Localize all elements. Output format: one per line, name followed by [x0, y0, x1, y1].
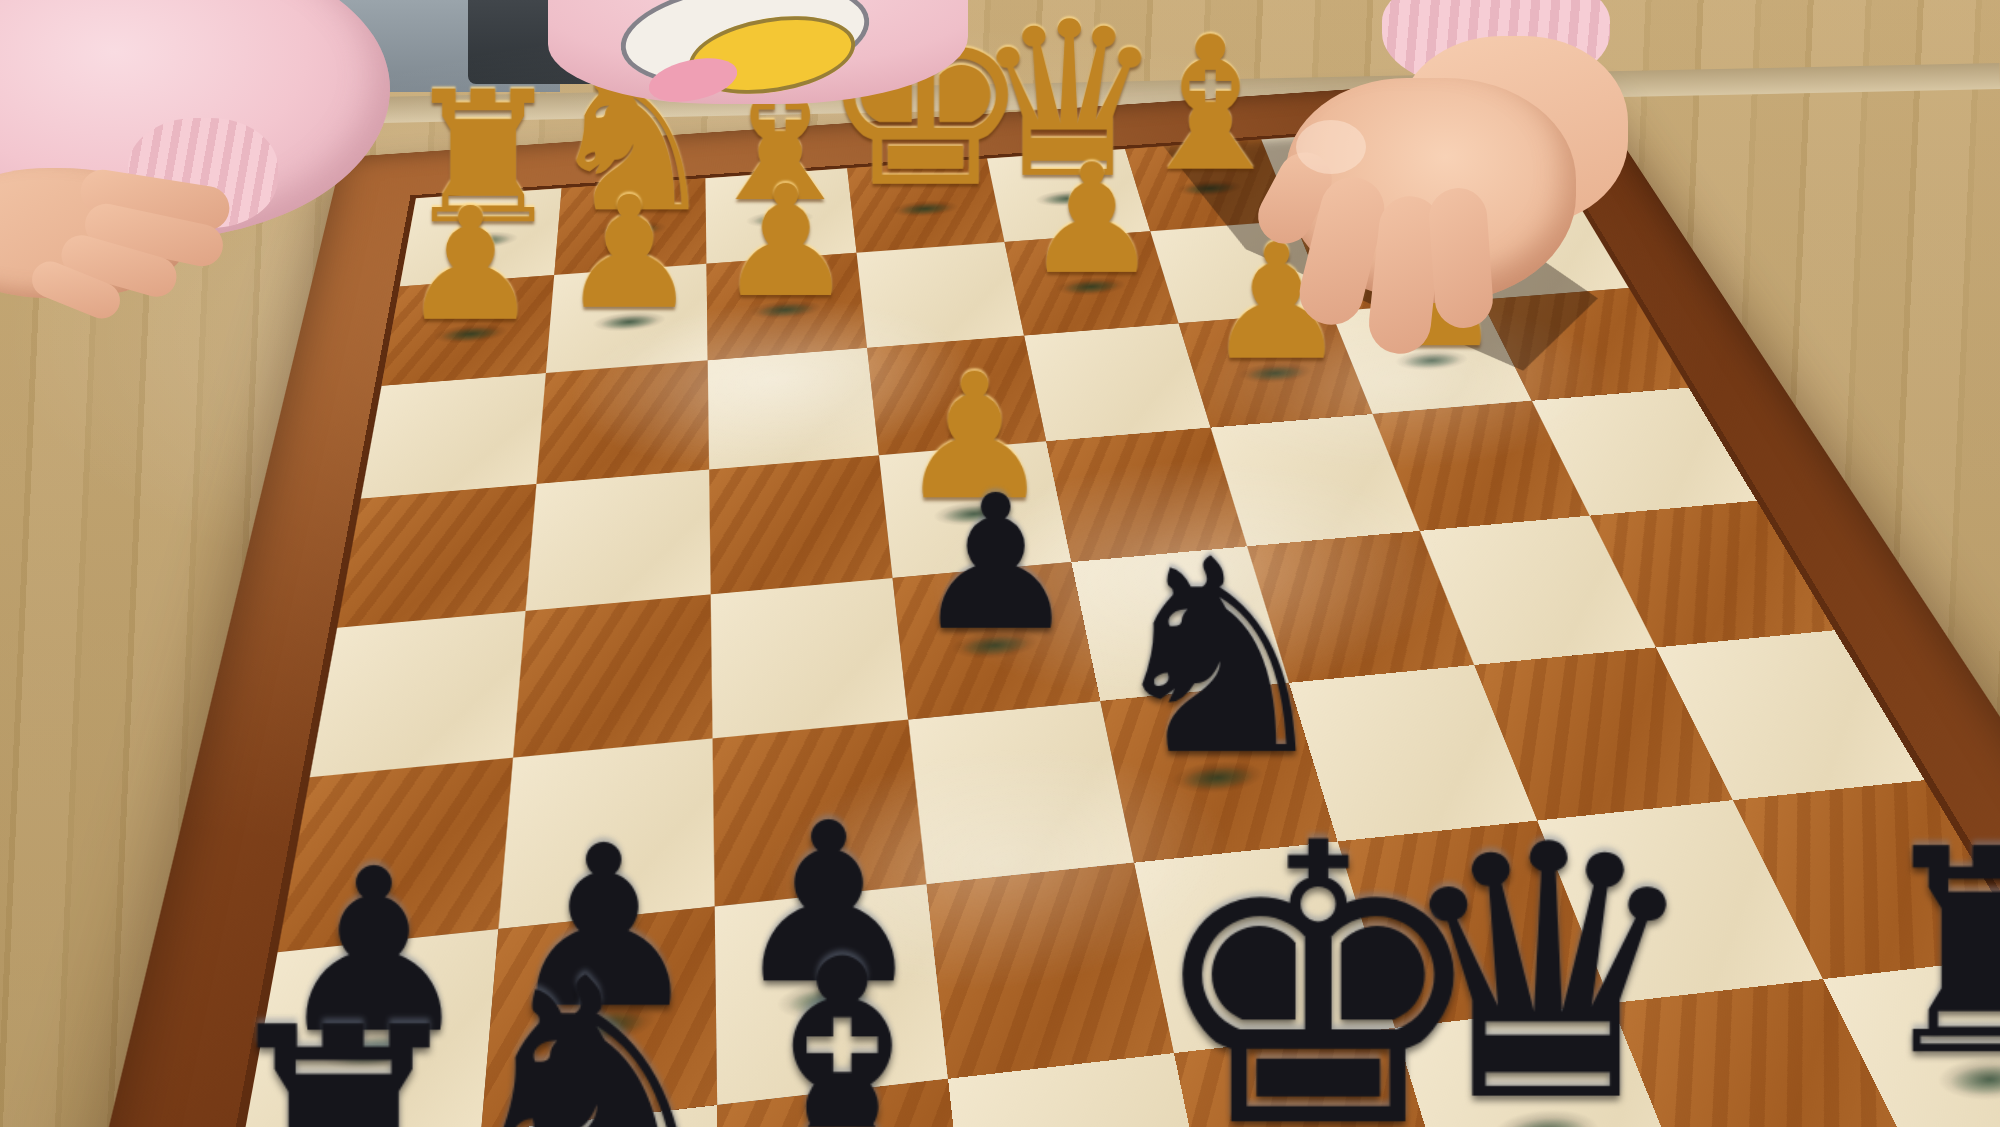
square-c3[interactable]: ♟: [1179, 311, 1373, 427]
square-f3[interactable]: [708, 348, 879, 470]
square-f8[interactable]: ♝: [717, 1079, 974, 1127]
black-pawn-e5[interactable]: ♟: [911, 477, 1078, 648]
square-h3[interactable]: [361, 373, 546, 499]
white-pawn-h2[interactable]: ♟: [400, 193, 540, 337]
square-d8[interactable]: ♚: [1174, 1028, 1463, 1127]
black-rook-h8[interactable]: ♜: [205, 1001, 479, 1127]
white-pawn-g2[interactable]: ♟: [559, 182, 698, 325]
right-hand-finger: [1427, 186, 1495, 330]
square-e2[interactable]: [857, 242, 1024, 348]
square-f5[interactable]: [711, 578, 909, 738]
white-pawn-f2[interactable]: ♟: [716, 171, 854, 313]
square-g8[interactable]: ♞: [460, 1105, 720, 1127]
black-knight-g8[interactable]: ♞: [447, 949, 743, 1127]
square-h5[interactable]: [310, 611, 526, 777]
square-h2[interactable]: ♟: [382, 275, 555, 386]
black-rook-a8[interactable]: ♜: [1865, 825, 2000, 1085]
square-g4[interactable]: [526, 469, 711, 610]
square-g5[interactable]: [513, 594, 712, 757]
black-king-d8[interactable]: ♚: [1144, 809, 1491, 1127]
black-knight-d6[interactable]: ♞: [1098, 535, 1339, 782]
square-d2[interactable]: ♟: [1004, 231, 1178, 335]
square-g2[interactable]: ♟: [546, 264, 708, 373]
square-f2[interactable]: ♟: [706, 253, 867, 360]
photo-scene: ♜♞♝♚♛♝♜♟♟♟♟♟♟♟♟♟♞♟♟♟♜♞♝♚♛♜: [0, 0, 2000, 1127]
square-g3[interactable]: [536, 360, 709, 484]
square-e5[interactable]: ♟: [893, 562, 1101, 719]
white-pawn-d2[interactable]: ♟: [1023, 150, 1159, 289]
right-hand-knuckle: [1296, 120, 1366, 174]
